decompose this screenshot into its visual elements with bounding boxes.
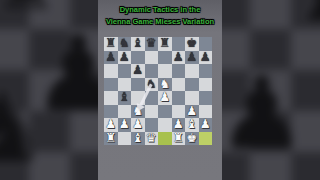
square-g1[interactable]: ♚ — [185, 132, 199, 146]
square-b2[interactable]: ♟ — [118, 118, 132, 132]
square-g8[interactable]: ♚ — [185, 37, 199, 51]
white-knight: ♞ — [132, 105, 143, 119]
square-h3[interactable] — [199, 105, 213, 119]
square-b6[interactable] — [118, 64, 132, 78]
square-h6[interactable] — [199, 64, 213, 78]
square-f8[interactable] — [172, 37, 186, 51]
square-a2[interactable]: ♟ — [104, 118, 118, 132]
square-a8[interactable]: ♜ — [104, 37, 118, 51]
white-pawn: ♟ — [132, 118, 143, 132]
black-pawn: ♟ — [186, 51, 197, 65]
square-h1[interactable] — [199, 132, 213, 146]
square-e4[interactable]: ♟ — [158, 91, 172, 105]
square-d6[interactable] — [145, 64, 159, 78]
white-knight: ♞ — [159, 78, 170, 92]
square-h7[interactable]: ♟ — [199, 51, 213, 65]
square-e3[interactable] — [158, 105, 172, 119]
black-queen: ♛ — [146, 37, 157, 51]
black-knight: ♞ — [119, 37, 130, 51]
black-pawn: ♟ — [119, 51, 130, 65]
square-b4[interactable]: ♝ — [118, 91, 132, 105]
square-c4[interactable] — [131, 91, 145, 105]
square-c6[interactable]: ♟ — [131, 64, 145, 78]
square-f2[interactable]: ♟ — [172, 118, 186, 132]
blurred-board-texture: ♟ ♞ ♜ — [0, 0, 99, 180]
square-h2[interactable]: ♟ — [199, 118, 213, 132]
square-a3[interactable] — [104, 105, 118, 119]
square-e6[interactable] — [158, 64, 172, 78]
title-line-2: Vienna Game Mieses Variation — [98, 16, 222, 28]
square-e8[interactable]: ♜ — [158, 37, 172, 51]
square-b1[interactable] — [118, 132, 132, 146]
square-d4[interactable] — [145, 91, 159, 105]
white-king: ♚ — [186, 132, 197, 146]
square-e7[interactable] — [158, 51, 172, 65]
white-bishop: ♝ — [186, 118, 197, 132]
blur-rook-icon: ♜ — [0, 0, 59, 20]
black-king: ♚ — [186, 37, 197, 51]
square-f6[interactable] — [172, 64, 186, 78]
white-pawn: ♟ — [159, 91, 170, 105]
black-bishop: ♝ — [132, 37, 143, 51]
square-b8[interactable]: ♞ — [118, 37, 132, 51]
blur-pawn-icon: ♟ — [221, 64, 307, 164]
square-c8[interactable]: ♝ — [131, 37, 145, 51]
white-pawn: ♟ — [200, 118, 211, 132]
square-c2[interactable]: ♟ — [131, 118, 145, 132]
square-h5[interactable] — [199, 78, 213, 92]
square-d3[interactable] — [145, 105, 159, 119]
square-e2[interactable] — [158, 118, 172, 132]
square-c1[interactable]: ♝ — [131, 132, 145, 146]
square-f5[interactable] — [172, 78, 186, 92]
blur-knight-icon: ♞ — [0, 80, 48, 176]
white-queen: ♛ — [146, 132, 157, 146]
square-g7[interactable]: ♟ — [185, 51, 199, 65]
blurred-backdrop-left: ♟ ♞ ♜ — [0, 0, 99, 180]
shorts-frame: ♟ ♞ ♜ ♟ ♝ Dynamic Tactics in the Vienna … — [0, 0, 320, 180]
chess-board: ♜♞♝♛♜♚♟♟♟♟♟♟♞♞♝♟♞♟♟♟♟♟♝♟♜♝♛♜♚ — [104, 37, 212, 145]
black-knight: ♞ — [146, 78, 157, 92]
square-d2[interactable] — [145, 118, 159, 132]
black-rook: ♜ — [105, 37, 116, 51]
title-line-1: Dynamic Tactics in the — [98, 4, 222, 16]
black-pawn: ♟ — [105, 51, 116, 65]
square-e5[interactable]: ♞ — [158, 78, 172, 92]
square-c5[interactable] — [131, 78, 145, 92]
square-f1[interactable]: ♜ — [172, 132, 186, 146]
square-g5[interactable] — [185, 78, 199, 92]
square-b7[interactable]: ♟ — [118, 51, 132, 65]
square-g3[interactable]: ♟ — [185, 105, 199, 119]
white-bishop: ♝ — [132, 132, 143, 146]
square-g6[interactable] — [185, 64, 199, 78]
white-rook: ♜ — [105, 132, 116, 146]
square-f4[interactable] — [172, 91, 186, 105]
square-d7[interactable] — [145, 51, 159, 65]
black-pawn: ♟ — [200, 51, 211, 65]
square-f7[interactable]: ♟ — [172, 51, 186, 65]
square-b5[interactable] — [118, 78, 132, 92]
video-strip: Dynamic Tactics in the Vienna Game Miese… — [98, 0, 222, 180]
square-d1[interactable]: ♛ — [145, 132, 159, 146]
square-d8[interactable]: ♛ — [145, 37, 159, 51]
square-c3[interactable]: ♞ — [131, 105, 145, 119]
blurred-board-texture: ♟ ♝ — [221, 0, 320, 180]
square-a1[interactable]: ♜ — [104, 132, 118, 146]
square-h4[interactable] — [199, 91, 213, 105]
square-c7[interactable] — [131, 51, 145, 65]
white-pawn: ♟ — [186, 105, 197, 119]
square-a5[interactable] — [104, 78, 118, 92]
white-pawn: ♟ — [105, 118, 116, 132]
black-rook: ♜ — [159, 37, 170, 51]
white-pawn: ♟ — [119, 118, 130, 132]
black-pawn: ♟ — [173, 51, 184, 65]
white-rook: ♜ — [173, 132, 184, 146]
square-f3[interactable] — [172, 105, 186, 119]
square-e1[interactable] — [158, 132, 172, 146]
white-pawn: ♟ — [173, 118, 184, 132]
square-b3[interactable] — [118, 105, 132, 119]
blur-bishop-icon: ♝ — [290, 0, 320, 32]
square-g4[interactable] — [185, 91, 199, 105]
square-a6[interactable] — [104, 64, 118, 78]
square-a7[interactable]: ♟ — [104, 51, 118, 65]
square-g2[interactable]: ♝ — [185, 118, 199, 132]
video-title: Dynamic Tactics in the Vienna Game Miese… — [98, 4, 222, 27]
square-a4[interactable] — [104, 91, 118, 105]
square-h8[interactable] — [199, 37, 213, 51]
blurred-backdrop-right: ♟ ♝ — [221, 0, 320, 180]
black-pawn: ♟ — [132, 64, 143, 78]
square-d5[interactable]: ♞ — [145, 78, 159, 92]
black-bishop: ♝ — [119, 91, 130, 105]
